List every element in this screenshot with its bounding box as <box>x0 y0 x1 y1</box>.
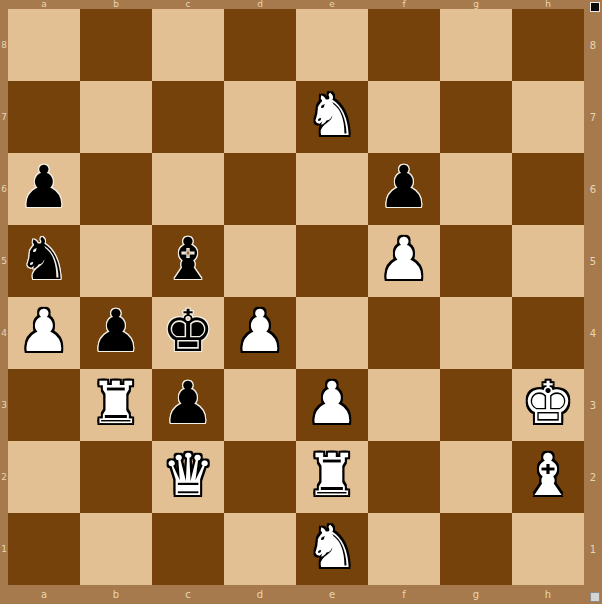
square-b7[interactable] <box>80 81 152 153</box>
rank-label-4: 4 <box>584 297 602 369</box>
file-label-f: f <box>368 585 440 604</box>
file-label-g: g <box>440 0 512 9</box>
square-f2[interactable] <box>368 441 440 513</box>
file-label-b: b <box>80 585 152 604</box>
square-f5[interactable]: ♟ <box>368 225 440 297</box>
piece-white-queen[interactable]: ♛ <box>162 446 214 504</box>
square-f1[interactable] <box>368 513 440 585</box>
square-d2[interactable] <box>224 441 296 513</box>
square-f4[interactable] <box>368 297 440 369</box>
square-c1[interactable] <box>152 513 224 585</box>
square-d1[interactable] <box>224 513 296 585</box>
square-e8[interactable] <box>296 9 368 81</box>
rank-label-3: 3 <box>0 369 8 441</box>
file-label-e: e <box>296 585 368 604</box>
square-b1[interactable] <box>80 513 152 585</box>
square-a5[interactable]: ♞ <box>8 225 80 297</box>
rank-label-7: 7 <box>584 81 602 153</box>
rank-labels-right: 87654321 <box>584 9 602 585</box>
piece-white-knight[interactable]: ♞ <box>306 86 358 144</box>
square-d5[interactable] <box>224 225 296 297</box>
rank-label-2: 2 <box>584 441 602 513</box>
square-h1[interactable] <box>512 513 584 585</box>
square-a4[interactable]: ♟ <box>8 297 80 369</box>
rank-label-2: 2 <box>0 441 8 513</box>
file-label-f: f <box>368 0 440 9</box>
square-h3[interactable]: ♚ <box>512 369 584 441</box>
rank-label-3: 3 <box>584 369 602 441</box>
piece-white-pawn[interactable]: ♟ <box>306 374 358 432</box>
square-f8[interactable] <box>368 9 440 81</box>
square-a1[interactable] <box>8 513 80 585</box>
square-a7[interactable] <box>8 81 80 153</box>
square-h7[interactable] <box>512 81 584 153</box>
square-c7[interactable] <box>152 81 224 153</box>
rank-label-8: 8 <box>0 9 8 81</box>
square-b4[interactable]: ♟ <box>80 297 152 369</box>
rank-label-6: 6 <box>0 153 8 225</box>
piece-white-pawn[interactable]: ♟ <box>378 230 430 288</box>
square-h6[interactable] <box>512 153 584 225</box>
square-h8[interactable] <box>512 9 584 81</box>
file-label-b: b <box>80 0 152 9</box>
piece-white-rook[interactable]: ♜ <box>306 446 358 504</box>
square-h4[interactable] <box>512 297 584 369</box>
piece-black-pawn[interactable]: ♟ <box>18 158 70 216</box>
square-c4[interactable]: ♚ <box>152 297 224 369</box>
square-g2[interactable] <box>440 441 512 513</box>
square-d6[interactable] <box>224 153 296 225</box>
piece-white-bishop[interactable]: ♝ <box>522 446 574 504</box>
square-b8[interactable] <box>80 9 152 81</box>
rank-label-5: 5 <box>584 225 602 297</box>
piece-white-pawn[interactable]: ♟ <box>234 302 286 360</box>
square-d7[interactable] <box>224 81 296 153</box>
square-a8[interactable] <box>8 9 80 81</box>
rank-label-7: 7 <box>0 81 8 153</box>
square-g1[interactable] <box>440 513 512 585</box>
chess-board-frame: ♞♟♟♞♝♟♟♟♚♟♜♟♟♚♛♜♝♞ abcdefgh abcdefgh 876… <box>0 0 602 604</box>
file-label-h: h <box>512 0 584 9</box>
square-g6[interactable] <box>440 153 512 225</box>
square-g7[interactable] <box>440 81 512 153</box>
file-labels-bottom: abcdefgh <box>8 585 584 604</box>
square-c2[interactable]: ♛ <box>152 441 224 513</box>
square-a6[interactable]: ♟ <box>8 153 80 225</box>
piece-black-king[interactable]: ♚ <box>162 302 214 360</box>
square-b2[interactable] <box>80 441 152 513</box>
piece-white-knight[interactable]: ♞ <box>306 518 358 576</box>
chess-board: ♞♟♟♞♝♟♟♟♚♟♜♟♟♚♛♜♝♞ <box>8 9 584 585</box>
square-e7[interactable]: ♞ <box>296 81 368 153</box>
piece-white-king[interactable]: ♚ <box>522 374 574 432</box>
square-f3[interactable] <box>368 369 440 441</box>
square-g4[interactable] <box>440 297 512 369</box>
rank-label-1: 1 <box>584 513 602 585</box>
rank-label-6: 6 <box>584 153 602 225</box>
square-e1[interactable]: ♞ <box>296 513 368 585</box>
square-h5[interactable] <box>512 225 584 297</box>
file-label-a: a <box>8 585 80 604</box>
square-e3[interactable]: ♟ <box>296 369 368 441</box>
square-d3[interactable] <box>224 369 296 441</box>
square-c8[interactable] <box>152 9 224 81</box>
square-h2[interactable]: ♝ <box>512 441 584 513</box>
piece-black-bishop[interactable]: ♝ <box>162 230 214 288</box>
file-label-c: c <box>152 0 224 9</box>
file-label-d: d <box>224 585 296 604</box>
rank-labels-left: 87654321 <box>0 9 8 585</box>
square-d4[interactable]: ♟ <box>224 297 296 369</box>
square-a3[interactable] <box>8 369 80 441</box>
piece-white-pawn[interactable]: ♟ <box>18 302 70 360</box>
file-label-g: g <box>440 585 512 604</box>
square-g3[interactable] <box>440 369 512 441</box>
square-d8[interactable] <box>224 9 296 81</box>
piece-black-pawn[interactable]: ♟ <box>162 374 214 432</box>
square-e4[interactable] <box>296 297 368 369</box>
file-labels-top: abcdefgh <box>8 0 584 9</box>
square-e6[interactable] <box>296 153 368 225</box>
rank-label-4: 4 <box>0 297 8 369</box>
piece-black-pawn[interactable]: ♟ <box>90 302 142 360</box>
file-label-e: e <box>296 0 368 9</box>
square-e5[interactable] <box>296 225 368 297</box>
square-f6[interactable]: ♟ <box>368 153 440 225</box>
square-g8[interactable] <box>440 9 512 81</box>
square-g5[interactable] <box>440 225 512 297</box>
rank-label-8: 8 <box>584 9 602 81</box>
black-square-marker-icon <box>590 2 600 12</box>
piece-black-pawn[interactable]: ♟ <box>378 158 430 216</box>
square-b6[interactable] <box>80 153 152 225</box>
square-e2[interactable]: ♜ <box>296 441 368 513</box>
square-c3[interactable]: ♟ <box>152 369 224 441</box>
file-label-a: a <box>8 0 80 9</box>
square-c5[interactable]: ♝ <box>152 225 224 297</box>
rank-label-5: 5 <box>0 225 8 297</box>
square-c6[interactable] <box>152 153 224 225</box>
piece-white-rook[interactable]: ♜ <box>90 374 142 432</box>
square-b3[interactable]: ♜ <box>80 369 152 441</box>
square-b5[interactable] <box>80 225 152 297</box>
file-label-d: d <box>224 0 296 9</box>
file-label-h: h <box>512 585 584 604</box>
piece-black-knight[interactable]: ♞ <box>18 230 70 288</box>
square-f7[interactable] <box>368 81 440 153</box>
rank-label-1: 1 <box>0 513 8 585</box>
square-a2[interactable] <box>8 441 80 513</box>
white-square-marker-icon <box>590 592 600 602</box>
file-label-c: c <box>152 585 224 604</box>
